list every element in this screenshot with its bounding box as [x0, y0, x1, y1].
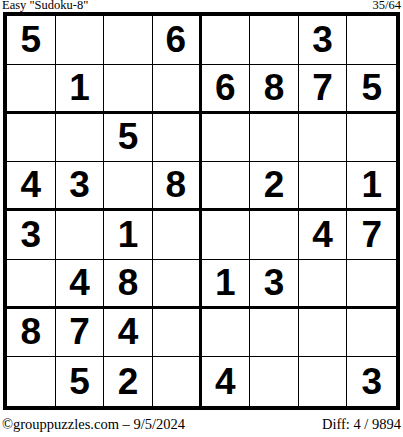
- grid-cell-r8c8: 3: [347, 357, 396, 406]
- grid-cell-r5c5[interactable]: [202, 211, 251, 260]
- grid-cell-r3c8[interactable]: [347, 114, 396, 163]
- grid-cell-r6c5: 1: [202, 260, 251, 309]
- grid-cell-r8c4[interactable]: [153, 357, 202, 406]
- grid-cell-r4c7[interactable]: [299, 162, 348, 211]
- grid-cell-r3c3: 5: [104, 114, 153, 163]
- grid-cell-r6c2: 4: [56, 260, 105, 309]
- grid-cell-r7c2: 7: [56, 309, 105, 358]
- grid-cell-r4c4: 8: [153, 162, 202, 211]
- grid-cell-r7c8[interactable]: [347, 309, 396, 358]
- grid-cell-r3c7[interactable]: [299, 114, 348, 163]
- grid-cell-r2c2: 1: [56, 65, 105, 114]
- grid-cell-r1c7: 3: [299, 16, 348, 65]
- grid-cell-r7c3: 4: [104, 309, 153, 358]
- grid-cell-r5c6[interactable]: [250, 211, 299, 260]
- grid-cell-r7c6[interactable]: [250, 309, 299, 358]
- grid-cell-r1c4: 6: [153, 16, 202, 65]
- grid-cell-r8c7[interactable]: [299, 357, 348, 406]
- grid-cell-r2c8: 5: [347, 65, 396, 114]
- grid-cell-r3c5[interactable]: [202, 114, 251, 163]
- grid-cell-r1c5[interactable]: [202, 16, 251, 65]
- grid-cell-r1c3[interactable]: [104, 16, 153, 65]
- grid-cell-r2c7: 7: [299, 65, 348, 114]
- footer: ©grouppuzzles.com – 9/5/2024 Diff: 4 / 9…: [0, 417, 403, 432]
- grid-cell-r3c4[interactable]: [153, 114, 202, 163]
- empty-cell-counter: 35/64: [373, 0, 401, 11]
- grid-cell-r8c5: 4: [202, 357, 251, 406]
- grid-cell-r8c1[interactable]: [7, 357, 56, 406]
- grid-cell-r1c1: 5: [7, 16, 56, 65]
- grid-cell-r7c4[interactable]: [153, 309, 202, 358]
- grid-cell-r3c1[interactable]: [7, 114, 56, 163]
- grid-cell-r4c8: 1: [347, 162, 396, 211]
- grid-cell-r7c1: 8: [7, 309, 56, 358]
- grid-cell-r6c6: 3: [250, 260, 299, 309]
- grid-cell-r7c5[interactable]: [202, 309, 251, 358]
- grid-cell-r4c5[interactable]: [202, 162, 251, 211]
- grid-cell-r2c4[interactable]: [153, 65, 202, 114]
- grid-cell-r3c2[interactable]: [56, 114, 105, 163]
- grid-cell-r4c3[interactable]: [104, 162, 153, 211]
- grid-cell-r2c6: 8: [250, 65, 299, 114]
- header: Easy "Sudoku-8" 35/64: [0, 0, 403, 12]
- grid-cell-r6c7[interactable]: [299, 260, 348, 309]
- grid-cell-r6c3: 8: [104, 260, 153, 309]
- grid-cell-r6c8[interactable]: [347, 260, 396, 309]
- grid-cell-r4c2: 3: [56, 162, 105, 211]
- grid-cell-r8c3: 2: [104, 357, 153, 406]
- grid-cell-r5c7: 4: [299, 211, 348, 260]
- grid-cell-r1c2[interactable]: [56, 16, 105, 65]
- copyright-text: ©grouppuzzles.com – 9/5/2024: [2, 417, 185, 432]
- grid-cell-r2c5: 6: [202, 65, 251, 114]
- grid-cell-r7c7[interactable]: [299, 309, 348, 358]
- grid-cell-r2c3[interactable]: [104, 65, 153, 114]
- grid-cell-r6c4[interactable]: [153, 260, 202, 309]
- grid-cell-r8c2: 5: [56, 357, 105, 406]
- grid-cell-r5c2[interactable]: [56, 211, 105, 260]
- grid-cell-r3c6[interactable]: [250, 114, 299, 163]
- grid-cell-r4c6: 2: [250, 162, 299, 211]
- difficulty-text: Diff: 4 / 9894: [322, 417, 401, 432]
- grid-cell-r5c1: 3: [7, 211, 56, 260]
- grid-cell-r6c1[interactable]: [7, 260, 56, 309]
- sudoku-board: 56316875543821314748138745243: [3, 12, 400, 410]
- grid-cell-r4c1: 4: [7, 162, 56, 211]
- puzzle-page: Easy "Sudoku-8" 35/64 563168755438213147…: [0, 0, 403, 437]
- grid-cell-r1c6[interactable]: [250, 16, 299, 65]
- grid-cell-r8c6[interactable]: [250, 357, 299, 406]
- grid-cell-r1c8[interactable]: [347, 16, 396, 65]
- grid-cell-r5c8: 7: [347, 211, 396, 260]
- grid-cell-r2c1[interactable]: [7, 65, 56, 114]
- grid-cell-r5c4[interactable]: [153, 211, 202, 260]
- page-title: Easy "Sudoku-8": [2, 0, 88, 11]
- grid-cell-r5c3: 1: [104, 211, 153, 260]
